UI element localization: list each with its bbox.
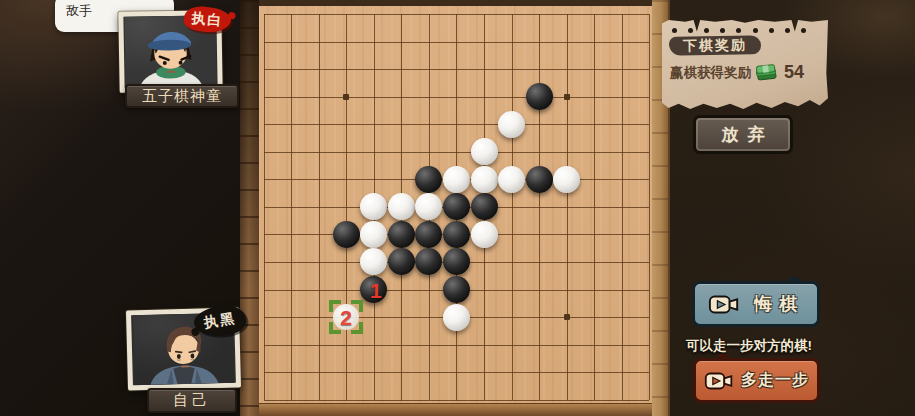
grid-line-horizontal (264, 400, 650, 401)
white-stone (471, 221, 498, 248)
white-stone (498, 111, 525, 138)
money-stack-icon (754, 62, 779, 83)
paper-hole (688, 28, 693, 33)
paper-hole (769, 28, 774, 33)
star-point (564, 314, 570, 320)
extra-move-button-label: 多走一步 (741, 370, 809, 391)
reward-amount: 54 (784, 62, 804, 83)
reward-line-text: 赢棋获得奖励 (670, 64, 751, 82)
self-name: 自己 (173, 391, 211, 410)
suggested-move-number: 2 (340, 307, 352, 328)
undo-button-label: 悔棋 (747, 292, 804, 316)
black-stone (388, 248, 415, 275)
white-stone (498, 166, 525, 193)
paper-hole (720, 28, 725, 33)
grid-line-vertical (594, 14, 595, 400)
grid-line-vertical (512, 14, 513, 400)
black-stone (443, 221, 470, 248)
gomoku-game-screen: 12 敌手 执白 五子棋神童 (0, 0, 915, 416)
black-stone (415, 166, 442, 193)
black-stone (526, 83, 553, 110)
reward-line: 赢棋获得奖励 54 (670, 62, 804, 83)
black-stone (443, 248, 470, 275)
grid-line-vertical (567, 14, 568, 400)
paper-hole (736, 28, 741, 33)
black-stone (415, 221, 442, 248)
grid-line-vertical (622, 14, 623, 400)
grid-line-horizontal (264, 345, 650, 346)
white-stone (388, 193, 415, 220)
reward-panel-title: 下棋奖励 (683, 36, 747, 55)
star-point (564, 94, 570, 100)
black-stone (526, 166, 553, 193)
last-move-number: 1 (370, 279, 382, 300)
white-stone (360, 221, 387, 248)
paper-hole (801, 28, 806, 33)
star-point (343, 94, 349, 100)
black-stone (415, 248, 442, 275)
white-stone (360, 248, 387, 275)
black-stone (388, 221, 415, 248)
black-stone (471, 193, 498, 220)
marker-corner-bracket (351, 300, 363, 312)
paper-hole (704, 28, 709, 33)
paper-hole (753, 28, 758, 33)
black-stone (443, 276, 470, 303)
white-stone (415, 193, 442, 220)
extra-move-hint: 可以走一步对方的棋! (686, 337, 856, 355)
marker-corner-bracket (351, 322, 363, 334)
plays-black-badge-text: 执黑 (203, 310, 237, 333)
reward-panel: 下棋奖励 赢棋获得奖励 54 (662, 20, 828, 109)
reward-panel-title-badge: 下棋奖励 (669, 35, 761, 56)
grid-line-vertical (539, 14, 540, 400)
undo-button[interactable]: 悔棋 (692, 281, 820, 327)
paper-hole (785, 28, 790, 33)
white-stone (553, 166, 580, 193)
white-stone (471, 138, 498, 165)
grid-line-horizontal (264, 372, 650, 373)
give-up-button-label: 放弃 (713, 123, 774, 146)
black-stone (443, 193, 470, 220)
white-stone (471, 166, 498, 193)
self-name-plate: 自己 (147, 388, 237, 413)
paper-hole (672, 28, 677, 33)
opponent-name: 五子棋神童 (142, 87, 222, 106)
suggested-move-marker[interactable]: 2 (329, 300, 363, 334)
speech-bubble-text: 敌手 (66, 2, 92, 20)
grid-line-vertical (649, 14, 650, 400)
give-up-button[interactable]: 放弃 (693, 115, 793, 154)
opponent-name-plate: 五子棋神童 (125, 84, 239, 108)
black-stone (333, 221, 360, 248)
white-stone (443, 166, 470, 193)
plays-white-badge-text: 执白 (191, 9, 224, 30)
white-stone (360, 193, 387, 220)
ad-video-icon (704, 370, 734, 392)
extra-move-button[interactable]: 多走一步 (693, 358, 820, 403)
white-stone (443, 304, 470, 331)
ad-video-icon (708, 293, 740, 316)
